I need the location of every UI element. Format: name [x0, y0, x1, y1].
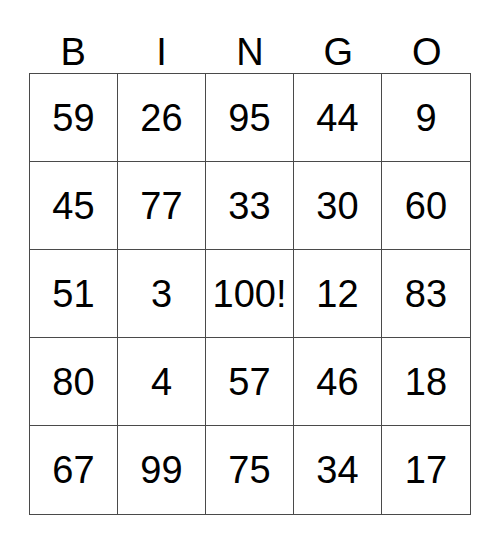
bingo-cell-r1c4[interactable]: 44 [294, 74, 382, 162]
bingo-cell-r2c3[interactable]: 33 [206, 162, 294, 250]
header-letter-o: O [383, 0, 471, 73]
bingo-cell-r3c2[interactable]: 3 [118, 250, 206, 338]
bingo-cell-r4c4[interactable]: 46 [294, 338, 382, 426]
bingo-cell-r1c5[interactable]: 9 [382, 74, 470, 162]
bingo-cell-r2c1[interactable]: 45 [30, 162, 118, 250]
bingo-cell-r3c5[interactable]: 83 [382, 250, 470, 338]
bingo-cell-r1c3[interactable]: 95 [206, 74, 294, 162]
bingo-cell-r1c2[interactable]: 26 [118, 74, 206, 162]
bingo-cell-r5c2[interactable]: 99 [118, 426, 206, 514]
header-letter-i: I [117, 0, 205, 73]
bingo-cell-r1c1[interactable]: 59 [30, 74, 118, 162]
header-letter-g: G [294, 0, 382, 73]
bingo-board: 59 26 95 44 9 45 77 33 30 60 51 3 100! 1… [29, 73, 471, 515]
bingo-cell-r2c4[interactable]: 30 [294, 162, 382, 250]
bingo-cell-r4c3[interactable]: 57 [206, 338, 294, 426]
bingo-cell-r3c3[interactable]: 100! [206, 250, 294, 338]
header-letter-n: N [206, 0, 294, 73]
bingo-cell-r5c4[interactable]: 34 [294, 426, 382, 514]
bingo-cell-r2c5[interactable]: 60 [382, 162, 470, 250]
bingo-cell-r4c5[interactable]: 18 [382, 338, 470, 426]
bingo-cell-r4c2[interactable]: 4 [118, 338, 206, 426]
bingo-cell-r2c2[interactable]: 77 [118, 162, 206, 250]
bingo-cell-r3c4[interactable]: 12 [294, 250, 382, 338]
bingo-header-row: B I N G O [29, 0, 471, 73]
header-letter-b: B [29, 0, 117, 73]
bingo-cell-r5c1[interactable]: 67 [30, 426, 118, 514]
bingo-cell-r5c3[interactable]: 75 [206, 426, 294, 514]
bingo-cell-r3c1[interactable]: 51 [30, 250, 118, 338]
bingo-cell-r4c1[interactable]: 80 [30, 338, 118, 426]
bingo-card: B I N G O 59 26 95 44 9 45 77 33 30 60 5… [29, 0, 471, 515]
bingo-cell-r5c5[interactable]: 17 [382, 426, 470, 514]
